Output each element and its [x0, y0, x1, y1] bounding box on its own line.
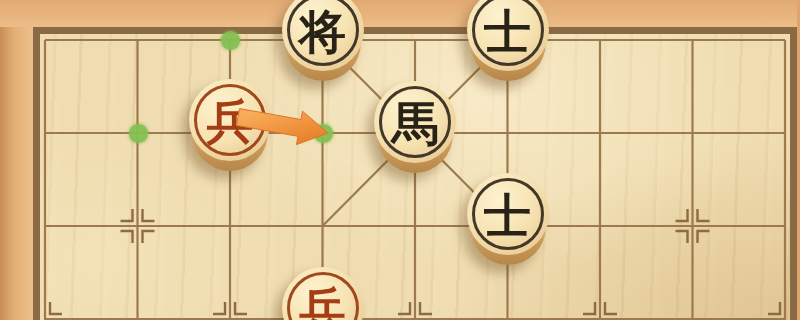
xiangqi-board: 将 士 兵 馬 士 兵	[0, 0, 800, 320]
move-arrow-icon	[0, 0, 800, 320]
